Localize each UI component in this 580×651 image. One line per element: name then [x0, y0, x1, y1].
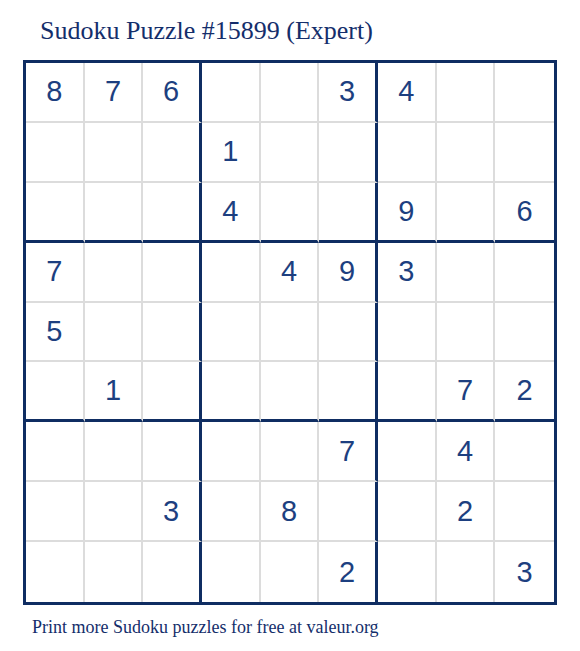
cell-r7c2[interactable]	[85, 422, 144, 482]
cell-r7c3[interactable]	[143, 422, 202, 482]
sudoku-grid: 876341496749351727438223	[23, 60, 557, 605]
cell-r8c6[interactable]	[319, 482, 378, 542]
cell-r2c7[interactable]	[378, 123, 437, 183]
cell-r5c7[interactable]	[378, 303, 437, 363]
cell-r8c4[interactable]	[202, 482, 261, 542]
cell-r1c9[interactable]	[495, 63, 554, 123]
cell-r4c7[interactable]: 3	[378, 243, 437, 303]
cell-r4c6[interactable]: 9	[319, 243, 378, 303]
cell-r4c2[interactable]	[85, 243, 144, 303]
cell-r2c4[interactable]: 1	[202, 123, 261, 183]
cell-r1c4[interactable]	[202, 63, 261, 123]
cell-r1c8[interactable]	[437, 63, 496, 123]
cell-r9c4[interactable]	[202, 542, 261, 602]
cell-r9c2[interactable]	[85, 542, 144, 602]
cell-r6c3[interactable]	[143, 362, 202, 422]
cell-r7c4[interactable]	[202, 422, 261, 482]
cell-r2c5[interactable]	[261, 123, 320, 183]
cell-r5c5[interactable]	[261, 303, 320, 363]
cell-r1c2[interactable]: 7	[85, 63, 144, 123]
cell-r1c5[interactable]	[261, 63, 320, 123]
cell-r2c8[interactable]	[437, 123, 496, 183]
cell-r5c4[interactable]	[202, 303, 261, 363]
cell-r3c9[interactable]: 6	[495, 183, 554, 243]
cell-r3c7[interactable]: 9	[378, 183, 437, 243]
cell-r8c5[interactable]: 8	[261, 482, 320, 542]
cell-r3c2[interactable]	[85, 183, 144, 243]
cell-r8c2[interactable]	[85, 482, 144, 542]
page: Sudoku Puzzle #15899 (Expert) 8763414967…	[0, 0, 580, 651]
cell-r2c9[interactable]	[495, 123, 554, 183]
cell-r9c7[interactable]	[378, 542, 437, 602]
cell-r4c5[interactable]: 4	[261, 243, 320, 303]
cell-r8c3[interactable]: 3	[143, 482, 202, 542]
cell-r6c5[interactable]	[261, 362, 320, 422]
cell-r1c7[interactable]: 4	[378, 63, 437, 123]
cell-r5c1[interactable]: 5	[26, 303, 85, 363]
cell-r4c3[interactable]	[143, 243, 202, 303]
cell-r7c7[interactable]	[378, 422, 437, 482]
cell-r3c1[interactable]	[26, 183, 85, 243]
cell-r5c9[interactable]	[495, 303, 554, 363]
cell-r7c8[interactable]: 4	[437, 422, 496, 482]
cell-r2c1[interactable]	[26, 123, 85, 183]
cell-r4c4[interactable]	[202, 243, 261, 303]
cell-r3c6[interactable]	[319, 183, 378, 243]
page-title: Sudoku Puzzle #15899 (Expert)	[40, 16, 373, 46]
cell-r9c1[interactable]	[26, 542, 85, 602]
cell-r7c9[interactable]	[495, 422, 554, 482]
cell-r6c1[interactable]	[26, 362, 85, 422]
cell-r9c5[interactable]	[261, 542, 320, 602]
cell-r6c7[interactable]	[378, 362, 437, 422]
cell-r5c8[interactable]	[437, 303, 496, 363]
cell-r5c3[interactable]	[143, 303, 202, 363]
cell-r3c3[interactable]	[143, 183, 202, 243]
footer-note: Print more Sudoku puzzles for free at va…	[32, 617, 379, 638]
cell-r4c9[interactable]	[495, 243, 554, 303]
cell-r9c9[interactable]: 3	[495, 542, 554, 602]
cell-r6c8[interactable]: 7	[437, 362, 496, 422]
cell-r3c4[interactable]: 4	[202, 183, 261, 243]
cell-r3c8[interactable]	[437, 183, 496, 243]
cell-r9c3[interactable]	[143, 542, 202, 602]
cell-r6c9[interactable]: 2	[495, 362, 554, 422]
cell-r8c1[interactable]	[26, 482, 85, 542]
cell-r7c1[interactable]	[26, 422, 85, 482]
cell-r8c7[interactable]	[378, 482, 437, 542]
cell-r5c2[interactable]	[85, 303, 144, 363]
cell-r2c2[interactable]	[85, 123, 144, 183]
cell-r1c3[interactable]: 6	[143, 63, 202, 123]
cell-r2c3[interactable]	[143, 123, 202, 183]
cell-r7c6[interactable]: 7	[319, 422, 378, 482]
cell-r6c6[interactable]	[319, 362, 378, 422]
cell-r5c6[interactable]	[319, 303, 378, 363]
cell-r4c8[interactable]	[437, 243, 496, 303]
cell-r2c6[interactable]	[319, 123, 378, 183]
cell-r9c8[interactable]	[437, 542, 496, 602]
cell-r9c6[interactable]: 2	[319, 542, 378, 602]
cell-r6c2[interactable]: 1	[85, 362, 144, 422]
cell-r8c9[interactable]	[495, 482, 554, 542]
cell-r6c4[interactable]	[202, 362, 261, 422]
cell-r4c1[interactable]: 7	[26, 243, 85, 303]
cell-r1c6[interactable]: 3	[319, 63, 378, 123]
cell-r1c1[interactable]: 8	[26, 63, 85, 123]
cell-r8c8[interactable]: 2	[437, 482, 496, 542]
cell-r7c5[interactable]	[261, 422, 320, 482]
cell-r3c5[interactable]	[261, 183, 320, 243]
